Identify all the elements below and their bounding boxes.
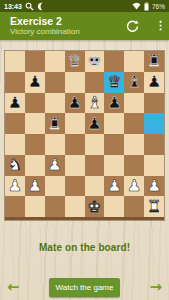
battery-percent: 76% (152, 3, 165, 10)
piece-black-rook: ♜ (147, 53, 161, 69)
bottom-controls: ← Watch the game → (0, 276, 169, 298)
square-g2[interactable]: ♟ (124, 176, 144, 197)
square-e2[interactable] (85, 176, 105, 197)
square-h7[interactable]: ♟ (144, 72, 164, 93)
square-h4[interactable] (144, 134, 164, 155)
piece-black-pawn: ♟ (67, 94, 81, 110)
square-f1[interactable] (104, 196, 124, 217)
square-c5[interactable]: ♜ (45, 113, 65, 134)
piece-white-pawn: ♟ (8, 177, 22, 193)
piece-white-queen: ♛ (107, 74, 121, 90)
square-a6[interactable]: ♟ (5, 93, 25, 114)
square-a1[interactable] (5, 196, 25, 217)
square-b5[interactable] (25, 113, 45, 134)
square-d2[interactable] (65, 176, 85, 197)
square-h6[interactable] (144, 93, 164, 114)
square-b7[interactable]: ♟ (25, 72, 45, 93)
square-a8[interactable] (5, 51, 25, 72)
square-e4[interactable] (85, 134, 105, 155)
square-a7[interactable] (5, 72, 25, 93)
square-f5[interactable] (104, 113, 124, 134)
square-f7[interactable]: ♛ (104, 72, 124, 93)
square-d7[interactable] (65, 72, 85, 93)
piece-black-bishop: ♝ (127, 74, 141, 90)
square-c8[interactable] (45, 51, 65, 72)
square-b3[interactable] (25, 155, 45, 176)
square-g5[interactable] (124, 113, 144, 134)
piece-white-knight: ♞ (8, 157, 22, 173)
square-d6[interactable]: ♟ (65, 93, 85, 114)
square-f4[interactable] (104, 134, 124, 155)
square-g8[interactable] (124, 51, 144, 72)
app-header: Exercise 2 Victory combination ⋮ (0, 12, 169, 40)
square-d5[interactable] (65, 113, 85, 134)
square-e8[interactable]: ♚ (85, 51, 105, 72)
square-h3[interactable] (144, 155, 164, 176)
piece-black-pawn: ♟ (147, 74, 161, 90)
square-h8[interactable]: ♜ (144, 51, 164, 72)
square-c3[interactable]: ♟ (45, 155, 65, 176)
refresh-button[interactable] (126, 19, 139, 32)
square-d3[interactable] (65, 155, 85, 176)
piece-white-king: ♚ (87, 198, 101, 214)
square-b8[interactable] (25, 51, 45, 72)
square-f2[interactable]: ♟ (104, 176, 124, 197)
square-b1[interactable] (25, 196, 45, 217)
square-h1[interactable]: ♜ (144, 196, 164, 217)
piece-black-pawn: ♟ (28, 74, 42, 90)
piece-black-queen: ♛ (67, 53, 81, 69)
square-d8[interactable]: ♛ (65, 51, 85, 72)
piece-black-king: ♚ (87, 53, 101, 69)
square-a2[interactable]: ♟ (5, 176, 25, 197)
battery-icon (144, 2, 149, 11)
chess-board: ♛♚♜♟♛♝♟♟♟♝♟♜♟♞♟♟♟♟♟♟♚♜ (5, 51, 164, 220)
square-h2[interactable]: ♟ (144, 176, 164, 197)
page-title: Exercise 2 (10, 15, 169, 27)
square-f3[interactable] (104, 155, 124, 176)
status-bar: 13:43 76% (0, 0, 169, 12)
square-b4[interactable] (25, 134, 45, 155)
clock: 13:43 (4, 3, 22, 10)
moon-icon (37, 2, 45, 11)
square-f8[interactable] (104, 51, 124, 72)
prev-arrow-button[interactable]: ← (7, 277, 20, 297)
piece-white-pawn: ♟ (147, 177, 161, 193)
square-c1[interactable] (45, 196, 65, 217)
search-icon (25, 2, 34, 11)
square-f6[interactable]: ♟ (104, 93, 124, 114)
square-e3[interactable] (85, 155, 105, 176)
square-e6[interactable]: ♝ (85, 93, 105, 114)
piece-white-rook: ♜ (147, 198, 161, 214)
next-arrow-button[interactable]: → (149, 277, 162, 297)
square-e1[interactable]: ♚ (85, 196, 105, 217)
watch-game-button[interactable]: Watch the game (49, 278, 121, 297)
piece-black-pawn: ♟ (8, 94, 22, 110)
square-d1[interactable] (65, 196, 85, 217)
status-message: Mate on the board! (0, 242, 169, 253)
square-g3[interactable] (124, 155, 144, 176)
piece-white-pawn: ♟ (28, 177, 42, 193)
square-c7[interactable] (45, 72, 65, 93)
square-c6[interactable] (45, 93, 65, 114)
piece-white-pawn: ♟ (107, 177, 121, 193)
square-c4[interactable] (45, 134, 65, 155)
square-a5[interactable] (5, 113, 25, 134)
piece-white-pawn: ♟ (127, 177, 141, 193)
piece-white-bishop: ♝ (87, 94, 101, 110)
overflow-menu-button[interactable]: ⋮ (155, 17, 165, 33)
piece-black-pawn: ♟ (87, 115, 101, 131)
square-g1[interactable] (124, 196, 144, 217)
square-e7[interactable] (85, 72, 105, 93)
square-b6[interactable] (25, 93, 45, 114)
piece-black-pawn: ♟ (107, 94, 121, 110)
square-a3[interactable]: ♞ (5, 155, 25, 176)
page-subtitle: Victory combination (10, 27, 169, 37)
square-g7[interactable]: ♝ (124, 72, 144, 93)
square-c2[interactable] (45, 176, 65, 197)
app-screen: 13:43 76% Exercise 2 Victory combination… (0, 0, 169, 300)
square-e5[interactable]: ♟ (85, 113, 105, 134)
piece-white-pawn: ♟ (48, 157, 62, 173)
square-g4[interactable] (124, 134, 144, 155)
square-d4[interactable] (65, 134, 85, 155)
square-g6[interactable] (124, 93, 144, 114)
wifi-icon (132, 2, 141, 10)
square-b2[interactable]: ♟ (25, 176, 45, 197)
square-a4[interactable] (5, 134, 25, 155)
piece-black-rook: ♜ (48, 115, 62, 131)
square-h5[interactable] (144, 113, 164, 134)
